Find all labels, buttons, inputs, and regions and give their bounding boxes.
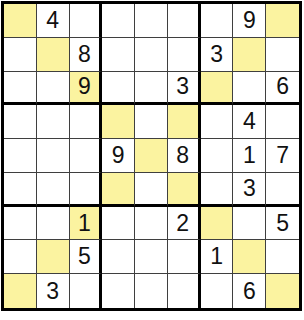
cell-r6c1[interactable]: [4, 173, 37, 207]
cell-r2c5[interactable]: [135, 38, 168, 72]
cell-r8c1[interactable]: [4, 240, 37, 274]
cell-r4c4[interactable]: [102, 105, 135, 139]
cell-r4c9[interactable]: [266, 105, 299, 139]
cell-r5c6[interactable]: 8: [168, 139, 201, 173]
cell-r3c3[interactable]: 9: [70, 72, 103, 106]
cell-r2c7[interactable]: 3: [201, 38, 234, 72]
cell-r4c3[interactable]: [70, 105, 103, 139]
cell-r7c2[interactable]: [37, 207, 70, 241]
cell-r6c3[interactable]: [70, 173, 103, 207]
cell-r4c5[interactable]: [135, 105, 168, 139]
cell-r7c3[interactable]: 1: [70, 207, 103, 241]
cell-r2c3[interactable]: 8: [70, 38, 103, 72]
cell-r4c7[interactable]: [201, 105, 234, 139]
cell-r8c4[interactable]: [102, 240, 135, 274]
cell-r6c2[interactable]: [37, 173, 70, 207]
cell-r6c9[interactable]: [266, 173, 299, 207]
cell-r5c9[interactable]: 7: [266, 139, 299, 173]
cell-r4c6[interactable]: [168, 105, 201, 139]
cell-r5c7[interactable]: [201, 139, 234, 173]
cell-r8c8[interactable]: [233, 240, 266, 274]
cell-r2c8[interactable]: [233, 38, 266, 72]
cell-r9c5[interactable]: [135, 274, 168, 308]
cell-r2c6[interactable]: [168, 38, 201, 72]
cell-r1c8[interactable]: 9: [233, 4, 266, 38]
cell-r1c3[interactable]: [70, 4, 103, 38]
cell-r1c7[interactable]: [201, 4, 234, 38]
cell-r5c4[interactable]: 9: [102, 139, 135, 173]
cell-r7c9[interactable]: 5: [266, 207, 299, 241]
cell-r3c1[interactable]: [4, 72, 37, 106]
cell-r6c6[interactable]: [168, 173, 201, 207]
cell-r7c6[interactable]: 2: [168, 207, 201, 241]
cell-r7c5[interactable]: [135, 207, 168, 241]
cell-r5c2[interactable]: [37, 139, 70, 173]
cell-r6c8[interactable]: 3: [233, 173, 266, 207]
cell-r1c2[interactable]: 4: [37, 4, 70, 38]
cell-r3c4[interactable]: [102, 72, 135, 106]
cell-r8c9[interactable]: [266, 240, 299, 274]
cell-r1c5[interactable]: [135, 4, 168, 38]
cell-r6c7[interactable]: [201, 173, 234, 207]
cell-r6c4[interactable]: [102, 173, 135, 207]
cell-r7c1[interactable]: [4, 207, 37, 241]
cell-r7c4[interactable]: [102, 207, 135, 241]
cell-r4c8[interactable]: 4: [233, 105, 266, 139]
cell-r9c9[interactable]: [266, 274, 299, 308]
cell-r9c3[interactable]: [70, 274, 103, 308]
cell-r5c8[interactable]: 1: [233, 139, 266, 173]
cell-r2c4[interactable]: [102, 38, 135, 72]
cell-r5c3[interactable]: [70, 139, 103, 173]
cell-r2c1[interactable]: [4, 38, 37, 72]
cell-r8c6[interactable]: [168, 240, 201, 274]
cell-r7c7[interactable]: [201, 207, 234, 241]
cell-r1c4[interactable]: [102, 4, 135, 38]
cell-r9c4[interactable]: [102, 274, 135, 308]
cell-r8c3[interactable]: 5: [70, 240, 103, 274]
cell-r2c9[interactable]: [266, 38, 299, 72]
cell-r1c6[interactable]: [168, 4, 201, 38]
cell-r3c9[interactable]: 6: [266, 72, 299, 106]
cell-r8c5[interactable]: [135, 240, 168, 274]
cell-r6c5[interactable]: [135, 173, 168, 207]
cell-r3c7[interactable]: [201, 72, 234, 106]
cell-r8c2[interactable]: [37, 240, 70, 274]
cell-r3c2[interactable]: [37, 72, 70, 106]
cell-r3c5[interactable]: [135, 72, 168, 106]
cell-r9c7[interactable]: [201, 274, 234, 308]
cell-r7c8[interactable]: [233, 207, 266, 241]
cell-r4c1[interactable]: [4, 105, 37, 139]
cell-r5c1[interactable]: [4, 139, 37, 173]
sudoku-board: 49839364981731255136: [1, 1, 302, 311]
cell-r9c6[interactable]: [168, 274, 201, 308]
cell-r8c7[interactable]: 1: [201, 240, 234, 274]
cell-r9c2[interactable]: 3: [37, 274, 70, 308]
cell-r3c8[interactable]: [233, 72, 266, 106]
cell-r1c9[interactable]: [266, 4, 299, 38]
cell-r2c2[interactable]: [37, 38, 70, 72]
cell-r9c8[interactable]: 6: [233, 274, 266, 308]
cell-r5c5[interactable]: [135, 139, 168, 173]
cell-r1c1[interactable]: [4, 4, 37, 38]
cell-r3c6[interactable]: 3: [168, 72, 201, 106]
cell-r4c2[interactable]: [37, 105, 70, 139]
cell-r9c1[interactable]: [4, 274, 37, 308]
